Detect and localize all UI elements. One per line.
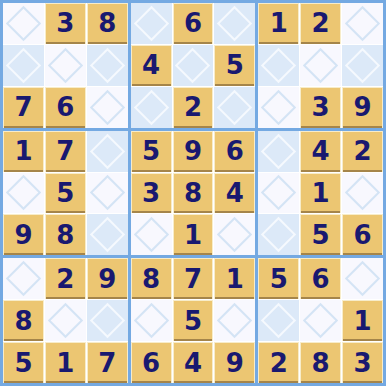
diamond-icon — [90, 48, 125, 83]
given-digit: 6 — [56, 94, 74, 120]
diamond-icon — [261, 303, 296, 338]
cell-r6c8: 5 — [300, 214, 341, 255]
diamond-icon — [217, 90, 252, 125]
cell-r9c9: 3 — [342, 342, 383, 383]
given-digit: 6 — [312, 266, 330, 292]
diamond-icon — [90, 133, 125, 168]
cell-r1c5: 6 — [173, 3, 214, 44]
diamond-icon — [217, 6, 252, 41]
cell-r5c2: 5 — [45, 173, 86, 214]
cell-r5c7[interactable] — [258, 173, 299, 214]
box-8: 8715649 — [131, 258, 256, 383]
cell-r9c3: 7 — [87, 342, 128, 383]
diamond-icon — [261, 133, 296, 168]
given-digit: 5 — [226, 52, 244, 78]
cell-r4c1: 1 — [3, 131, 44, 172]
cell-r2c7[interactable] — [258, 45, 299, 86]
given-digit: 7 — [184, 266, 202, 292]
cell-r8c8[interactable] — [300, 300, 341, 341]
diamond-icon — [6, 6, 41, 41]
cell-r6c4[interactable] — [131, 214, 172, 255]
cell-r6c3[interactable] — [87, 214, 128, 255]
given-digit: 8 — [142, 266, 160, 292]
cell-r3c5: 2 — [173, 87, 214, 128]
given-digit: 6 — [353, 222, 371, 248]
given-digit: 5 — [312, 222, 330, 248]
given-digit: 8 — [14, 308, 32, 334]
diamond-icon — [345, 261, 380, 296]
diamond-icon — [6, 261, 41, 296]
diamond-icon — [133, 90, 168, 125]
cell-r2c5[interactable] — [173, 45, 214, 86]
cell-r5c6: 4 — [214, 173, 255, 214]
cell-r1c6[interactable] — [214, 3, 255, 44]
cell-r4c8: 4 — [300, 131, 341, 172]
cell-r7c9[interactable] — [342, 258, 383, 299]
given-digit: 5 — [56, 180, 74, 206]
cell-r3c3[interactable] — [87, 87, 128, 128]
cell-r2c2[interactable] — [45, 45, 86, 86]
diamond-icon — [345, 6, 380, 41]
cell-r5c9[interactable] — [342, 173, 383, 214]
box-5: 5963841 — [131, 131, 256, 256]
box-4: 17598 — [3, 131, 128, 256]
diamond-icon — [261, 175, 296, 210]
given-digit: 8 — [312, 350, 330, 376]
cell-r3c1: 7 — [3, 87, 44, 128]
given-digit: 5 — [184, 308, 202, 334]
cell-r9c1: 5 — [3, 342, 44, 383]
given-digit: 8 — [184, 180, 202, 206]
cell-r8c6[interactable] — [214, 300, 255, 341]
cell-r5c5: 8 — [173, 173, 214, 214]
given-digit: 7 — [14, 94, 32, 120]
cell-r1c1[interactable] — [3, 3, 44, 44]
cell-r4c4: 5 — [131, 131, 172, 172]
box-7: 298517 — [3, 258, 128, 383]
diamond-icon — [90, 217, 125, 252]
cell-r7c2: 2 — [45, 258, 86, 299]
cell-r5c3[interactable] — [87, 173, 128, 214]
cell-r2c1[interactable] — [3, 45, 44, 86]
given-digit: 6 — [142, 350, 160, 376]
cell-r3c8: 3 — [300, 87, 341, 128]
box-1: 3876 — [3, 3, 128, 128]
cell-r9c5: 4 — [173, 342, 214, 383]
given-digit: 9 — [226, 350, 244, 376]
given-digit: 9 — [98, 266, 116, 292]
given-digit: 1 — [14, 138, 32, 164]
given-digit: 3 — [312, 94, 330, 120]
cell-r9c2: 1 — [45, 342, 86, 383]
sudoku-board: 3876645212391759859638414215629851787156… — [0, 0, 386, 386]
cell-r7c1[interactable] — [3, 258, 44, 299]
cell-r4c5: 9 — [173, 131, 214, 172]
cell-r3c2: 6 — [45, 87, 86, 128]
cell-r5c8: 1 — [300, 173, 341, 214]
diamond-icon — [303, 48, 338, 83]
cell-r9c8: 8 — [300, 342, 341, 383]
diamond-icon — [133, 6, 168, 41]
given-digit: 2 — [312, 10, 330, 36]
cell-r2c6: 5 — [214, 45, 255, 86]
diamond-icon — [261, 90, 296, 125]
given-digit: 6 — [184, 10, 202, 36]
cell-r2c3[interactable] — [87, 45, 128, 86]
cell-r8c7[interactable] — [258, 300, 299, 341]
cell-r4c9: 2 — [342, 131, 383, 172]
cell-r6c5: 1 — [173, 214, 214, 255]
diamond-icon — [303, 303, 338, 338]
diamond-icon — [217, 303, 252, 338]
cell-r4c3[interactable] — [87, 131, 128, 172]
given-digit: 5 — [270, 266, 288, 292]
cell-r7c6: 1 — [214, 258, 255, 299]
box-3: 1239 — [258, 3, 383, 128]
cell-r1c4[interactable] — [131, 3, 172, 44]
box-6: 42156 — [258, 131, 383, 256]
cell-r7c3: 9 — [87, 258, 128, 299]
cell-r4c2: 7 — [45, 131, 86, 172]
diamond-icon — [175, 48, 210, 83]
diamond-icon — [6, 48, 41, 83]
cell-r1c2: 3 — [45, 3, 86, 44]
diamond-icon — [345, 175, 380, 210]
cell-r7c8: 6 — [300, 258, 341, 299]
given-digit: 2 — [270, 350, 288, 376]
given-digit: 7 — [56, 138, 74, 164]
cell-r8c3[interactable] — [87, 300, 128, 341]
cell-r3c9: 9 — [342, 87, 383, 128]
given-digit: 8 — [56, 222, 74, 248]
given-digit: 5 — [14, 350, 32, 376]
given-digit: 9 — [184, 138, 202, 164]
cell-r5c4: 3 — [131, 173, 172, 214]
given-digit: 4 — [226, 180, 244, 206]
cell-r6c7[interactable] — [258, 214, 299, 255]
cell-r8c4[interactable] — [131, 300, 172, 341]
cell-r9c4: 6 — [131, 342, 172, 383]
given-digit: 1 — [353, 308, 371, 334]
given-digit: 7 — [98, 350, 116, 376]
cell-r8c5: 5 — [173, 300, 214, 341]
cell-r4c7[interactable] — [258, 131, 299, 172]
cell-r3c7[interactable] — [258, 87, 299, 128]
cell-r9c7: 2 — [258, 342, 299, 383]
cell-r1c9[interactable] — [342, 3, 383, 44]
box-9: 561283 — [258, 258, 383, 383]
cell-r1c8: 2 — [300, 3, 341, 44]
given-digit: 1 — [312, 180, 330, 206]
diamond-icon — [261, 217, 296, 252]
given-digit: 4 — [142, 52, 160, 78]
cell-r1c7: 1 — [258, 3, 299, 44]
cell-r8c9: 1 — [342, 300, 383, 341]
given-digit: 8 — [98, 10, 116, 36]
given-digit: 6 — [226, 138, 244, 164]
cell-r8c1: 8 — [3, 300, 44, 341]
diamond-icon — [90, 90, 125, 125]
given-digit: 4 — [312, 138, 330, 164]
cell-r3c4[interactable] — [131, 87, 172, 128]
diamond-icon — [90, 303, 125, 338]
cell-r6c1: 9 — [3, 214, 44, 255]
diamond-icon — [90, 175, 125, 210]
given-digit: 3 — [353, 350, 371, 376]
cell-r2c9[interactable] — [342, 45, 383, 86]
given-digit: 9 — [14, 222, 32, 248]
diamond-icon — [217, 217, 252, 252]
diamond-icon — [133, 217, 168, 252]
box-2: 6452 — [131, 3, 256, 128]
cell-r8c2[interactable] — [45, 300, 86, 341]
given-digit: 4 — [184, 350, 202, 376]
cell-r2c8[interactable] — [300, 45, 341, 86]
given-digit: 3 — [142, 180, 160, 206]
cell-r3c6[interactable] — [214, 87, 255, 128]
cell-r6c2: 8 — [45, 214, 86, 255]
given-digit: 1 — [226, 266, 244, 292]
diamond-icon — [345, 48, 380, 83]
cell-r7c7: 5 — [258, 258, 299, 299]
given-digit: 2 — [184, 94, 202, 120]
diamond-icon — [6, 175, 41, 210]
given-digit: 9 — [353, 94, 371, 120]
diamond-icon — [48, 303, 83, 338]
cell-r4c6: 6 — [214, 131, 255, 172]
diamond-icon — [133, 303, 168, 338]
diamond-icon — [261, 48, 296, 83]
given-digit: 1 — [184, 222, 202, 248]
cell-r6c9: 6 — [342, 214, 383, 255]
cell-r1c3: 8 — [87, 3, 128, 44]
cell-r9c6: 9 — [214, 342, 255, 383]
cell-r5c1[interactable] — [3, 173, 44, 214]
given-digit: 1 — [56, 350, 74, 376]
given-digit: 5 — [142, 138, 160, 164]
cell-r7c4: 8 — [131, 258, 172, 299]
given-digit: 2 — [56, 266, 74, 292]
diamond-icon — [48, 48, 83, 83]
given-digit: 2 — [353, 138, 371, 164]
cell-r6c6[interactable] — [214, 214, 255, 255]
cell-r2c4: 4 — [131, 45, 172, 86]
given-digit: 1 — [270, 10, 288, 36]
given-digit: 3 — [56, 10, 74, 36]
cell-r7c5: 7 — [173, 258, 214, 299]
